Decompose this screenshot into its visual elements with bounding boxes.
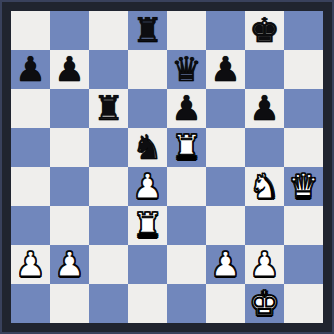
square-f6[interactable]: [206, 89, 245, 128]
square-h3[interactable]: [284, 206, 323, 245]
square-c7[interactable]: [89, 50, 128, 89]
square-e5[interactable]: ♜: [167, 128, 206, 167]
square-g4[interactable]: ♞: [245, 167, 284, 206]
square-f3[interactable]: [206, 206, 245, 245]
square-h6[interactable]: [284, 89, 323, 128]
white-knight[interactable]: ♞: [245, 167, 284, 206]
square-d3[interactable]: ♜: [128, 206, 167, 245]
square-h2[interactable]: [284, 245, 323, 284]
white-rook[interactable]: ♜: [128, 206, 167, 245]
square-f8[interactable]: [206, 11, 245, 50]
black-knight[interactable]: ♞: [128, 128, 167, 167]
square-g7[interactable]: [245, 50, 284, 89]
square-b6[interactable]: [50, 89, 89, 128]
square-g5[interactable]: [245, 128, 284, 167]
square-d7[interactable]: [128, 50, 167, 89]
square-d4[interactable]: ♟: [128, 167, 167, 206]
black-rook[interactable]: ♜: [89, 89, 128, 128]
black-pawn[interactable]: ♟: [245, 89, 284, 128]
square-d6[interactable]: [128, 89, 167, 128]
square-e8[interactable]: [167, 11, 206, 50]
black-king[interactable]: ♚: [245, 11, 284, 50]
square-c4[interactable]: [89, 167, 128, 206]
black-pawn[interactable]: ♟: [50, 50, 89, 89]
square-a6[interactable]: [11, 89, 50, 128]
square-b1[interactable]: [50, 284, 89, 323]
square-c1[interactable]: [89, 284, 128, 323]
square-g1[interactable]: ♚: [245, 284, 284, 323]
square-a2[interactable]: ♟: [11, 245, 50, 284]
square-c2[interactable]: [89, 245, 128, 284]
square-f5[interactable]: [206, 128, 245, 167]
square-f7[interactable]: ♟: [206, 50, 245, 89]
square-b8[interactable]: [50, 11, 89, 50]
square-c5[interactable]: [89, 128, 128, 167]
square-a3[interactable]: [11, 206, 50, 245]
black-rook[interactable]: ♜: [128, 11, 167, 50]
square-h1[interactable]: [284, 284, 323, 323]
square-e7[interactable]: ♛: [167, 50, 206, 89]
black-pawn[interactable]: ♟: [167, 89, 206, 128]
white-pawn[interactable]: ♟: [11, 245, 50, 284]
white-queen[interactable]: ♛: [284, 167, 323, 206]
square-d2[interactable]: [128, 245, 167, 284]
chess-board: ♜♚♟♟♛♟♜♟♟♞♜♟♞♛♜♟♟♟♟♚: [11, 11, 323, 323]
square-b4[interactable]: [50, 167, 89, 206]
white-pawn[interactable]: ♟: [245, 245, 284, 284]
square-h7[interactable]: [284, 50, 323, 89]
white-king[interactable]: ♚: [245, 284, 284, 323]
square-a8[interactable]: [11, 11, 50, 50]
black-pawn[interactable]: ♟: [11, 50, 50, 89]
square-e1[interactable]: [167, 284, 206, 323]
square-d8[interactable]: ♜: [128, 11, 167, 50]
square-h8[interactable]: [284, 11, 323, 50]
square-f4[interactable]: [206, 167, 245, 206]
chess-board-frame: ♜♚♟♟♛♟♜♟♟♞♜♟♞♛♜♟♟♟♟♚: [0, 0, 334, 334]
square-c3[interactable]: [89, 206, 128, 245]
square-e2[interactable]: [167, 245, 206, 284]
white-pawn[interactable]: ♟: [50, 245, 89, 284]
square-g2[interactable]: ♟: [245, 245, 284, 284]
black-queen[interactable]: ♛: [167, 50, 206, 89]
square-a4[interactable]: [11, 167, 50, 206]
square-f1[interactable]: [206, 284, 245, 323]
square-a7[interactable]: ♟: [11, 50, 50, 89]
square-c6[interactable]: ♜: [89, 89, 128, 128]
square-d5[interactable]: ♞: [128, 128, 167, 167]
square-a1[interactable]: [11, 284, 50, 323]
square-f2[interactable]: ♟: [206, 245, 245, 284]
square-a5[interactable]: [11, 128, 50, 167]
black-pawn[interactable]: ♟: [206, 50, 245, 89]
square-e6[interactable]: ♟: [167, 89, 206, 128]
white-pawn[interactable]: ♟: [206, 245, 245, 284]
square-g8[interactable]: ♚: [245, 11, 284, 50]
square-h5[interactable]: [284, 128, 323, 167]
square-g3[interactable]: [245, 206, 284, 245]
square-b3[interactable]: [50, 206, 89, 245]
square-e3[interactable]: [167, 206, 206, 245]
square-g6[interactable]: ♟: [245, 89, 284, 128]
white-rook[interactable]: ♜: [167, 128, 206, 167]
square-b2[interactable]: ♟: [50, 245, 89, 284]
square-e4[interactable]: [167, 167, 206, 206]
square-b7[interactable]: ♟: [50, 50, 89, 89]
square-h4[interactable]: ♛: [284, 167, 323, 206]
square-d1[interactable]: [128, 284, 167, 323]
square-c8[interactable]: [89, 11, 128, 50]
square-b5[interactable]: [50, 128, 89, 167]
white-pawn[interactable]: ♟: [128, 167, 167, 206]
